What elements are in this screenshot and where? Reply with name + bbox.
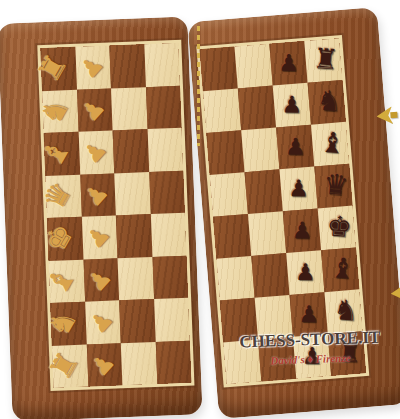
square-g2: ♟ (85, 300, 121, 344)
square-c6 (241, 127, 279, 172)
black-knight: ♞ (315, 87, 342, 117)
black-pawn: ♟ (288, 177, 309, 200)
white-pawn: ♟ (75, 51, 107, 83)
white-pawn: ♟ (78, 136, 110, 168)
square-a2: ♟ (75, 46, 111, 90)
square-b3 (111, 87, 147, 131)
square-a8: ♜ (304, 38, 342, 83)
square-c5 (206, 130, 244, 175)
square-e5 (213, 214, 251, 259)
square-e6 (248, 211, 286, 256)
white-pawn: ♟ (87, 349, 119, 381)
brass-hinge (197, 26, 200, 146)
square-g4 (154, 298, 190, 342)
square-h3 (121, 341, 157, 385)
square-a5 (200, 47, 238, 92)
square-b2: ♟ (77, 88, 113, 132)
square-d1: ♛ (45, 174, 81, 218)
square-b4 (145, 85, 181, 129)
square-b8: ♞ (308, 80, 346, 125)
left-playfield: ♜♟♞♟♝♟♛♟♚♟♝♟♞♟♜♟ (40, 43, 191, 388)
white-pawn: ♟ (77, 94, 109, 126)
white-rook: ♜ (33, 49, 72, 87)
square-d5 (210, 172, 248, 217)
brass-latch-bottom (390, 284, 400, 303)
square-b7: ♟ (273, 83, 311, 128)
black-rook: ♜ (312, 45, 339, 75)
square-f6 (251, 253, 289, 298)
white-knight: ♞ (43, 304, 82, 342)
square-c4 (147, 128, 183, 172)
white-pawn: ♟ (82, 221, 114, 253)
black-pawn: ♟ (281, 94, 302, 117)
square-d2: ♟ (80, 173, 116, 217)
square-e1: ♚ (47, 217, 83, 261)
square-b5 (203, 88, 241, 133)
square-e3 (116, 214, 152, 258)
black-pawn: ♟ (278, 52, 299, 75)
white-pawn: ♟ (83, 264, 115, 296)
square-g1: ♞ (50, 302, 86, 346)
square-d7: ♟ (279, 167, 317, 212)
white-knight: ♞ (35, 92, 74, 130)
black-pawn: ♟ (284, 135, 305, 158)
square-h4 (155, 340, 191, 384)
black-pawn: ♟ (295, 261, 316, 284)
square-h2: ♟ (86, 343, 122, 387)
square-f2: ♟ (83, 258, 119, 302)
square-a1: ♜ (40, 47, 76, 91)
square-f4 (152, 255, 188, 299)
black-bishop: ♝ (329, 254, 356, 284)
square-c3 (113, 129, 149, 173)
black-pawn: ♟ (291, 219, 312, 242)
black-pawn: ♟ (298, 303, 319, 326)
white-bishop: ♝ (42, 262, 81, 300)
square-e8: ♚ (318, 206, 356, 251)
brass-latch-pin (390, 112, 397, 119)
white-bishop: ♝ (37, 134, 76, 172)
black-queen: ♛ (322, 170, 349, 200)
square-f1: ♝ (49, 259, 85, 303)
square-f7: ♟ (286, 250, 324, 295)
watermark-title: CHESS-STORE.IT (233, 327, 386, 352)
square-a7: ♟ (269, 41, 307, 86)
square-a6 (234, 44, 272, 89)
square-b6 (238, 86, 276, 131)
square-g8: ♞ (324, 289, 362, 334)
square-e7: ♟ (283, 208, 321, 253)
board-left-half: ♜♟♞♟♝♟♛♟♚♟♝♟♞♟♜♟ (0, 16, 203, 419)
black-bishop: ♝ (318, 129, 345, 159)
square-d3 (114, 172, 150, 216)
white-pawn: ♟ (85, 306, 117, 338)
square-f5 (216, 256, 254, 301)
white-pawn: ♟ (80, 179, 112, 211)
product-photo-chess-set: ♜♟♞♟♝♟♛♟♚♟♝♟♞♟♜♟ ♟♜♟♞♟♝♟♛♟♚♟♝♟♞♟♜ CHESS-… (0, 0, 400, 419)
left-playfield-grid: ♜♟♞♟♝♟♛♟♚♟♝♟♞♟♜♟ (40, 43, 191, 388)
square-f3 (118, 257, 154, 301)
square-c1: ♝ (44, 132, 80, 176)
square-d4 (149, 170, 185, 214)
black-knight: ♞ (332, 296, 359, 326)
white-king: ♚ (40, 219, 79, 257)
square-c2: ♟ (78, 130, 114, 174)
square-e4 (150, 213, 186, 257)
square-a3 (109, 44, 145, 88)
black-king: ♚ (325, 212, 352, 242)
square-h1: ♜ (52, 344, 88, 388)
square-g3 (119, 299, 155, 343)
square-b1: ♞ (42, 89, 78, 133)
square-d6 (245, 169, 283, 214)
white-queen: ♛ (38, 177, 77, 215)
square-f8: ♝ (321, 247, 359, 292)
white-rook: ♜ (45, 346, 84, 384)
square-c7: ♟ (276, 125, 314, 170)
square-c8: ♝ (311, 122, 349, 167)
square-e2: ♟ (81, 215, 117, 259)
watermark: CHESS-STORE.IT David's ♦ Firenze (233, 327, 386, 367)
square-a4 (144, 43, 180, 87)
square-d8: ♛ (314, 164, 352, 209)
